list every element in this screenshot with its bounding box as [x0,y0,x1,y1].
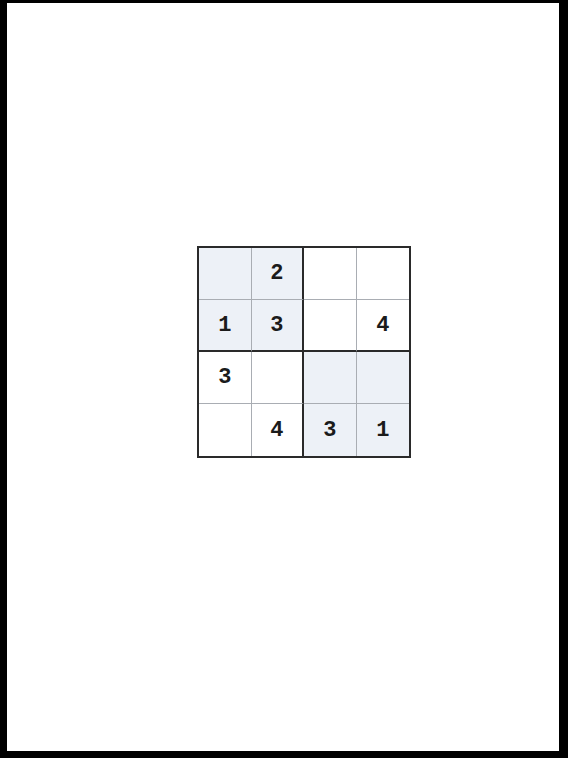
cell-r4c4[interactable]: 1 [357,404,410,456]
cell-r3c4[interactable] [357,352,410,404]
cell-r3c1[interactable]: 3 [199,352,252,404]
cell-r3c2[interactable] [252,352,305,404]
cell-r2c4[interactable]: 4 [357,300,410,352]
cell-r4c1[interactable] [199,404,252,456]
cell-r1c2[interactable]: 2 [252,248,305,300]
cell-r1c4[interactable] [357,248,410,300]
cell-r3c3[interactable] [304,352,357,404]
cell-r4c2[interactable]: 4 [252,404,305,456]
cell-r1c1[interactable] [199,248,252,300]
cell-r4c3[interactable]: 3 [304,404,357,456]
cell-r2c2[interactable]: 3 [252,300,305,352]
sudoku-grid: 2 1 3 4 3 4 3 1 [197,246,411,458]
worksheet-page: 2 1 3 4 3 4 3 1 [0,0,568,758]
cell-r1c3[interactable] [304,248,357,300]
cell-r2c3[interactable] [304,300,357,352]
cell-r2c1[interactable]: 1 [199,300,252,352]
